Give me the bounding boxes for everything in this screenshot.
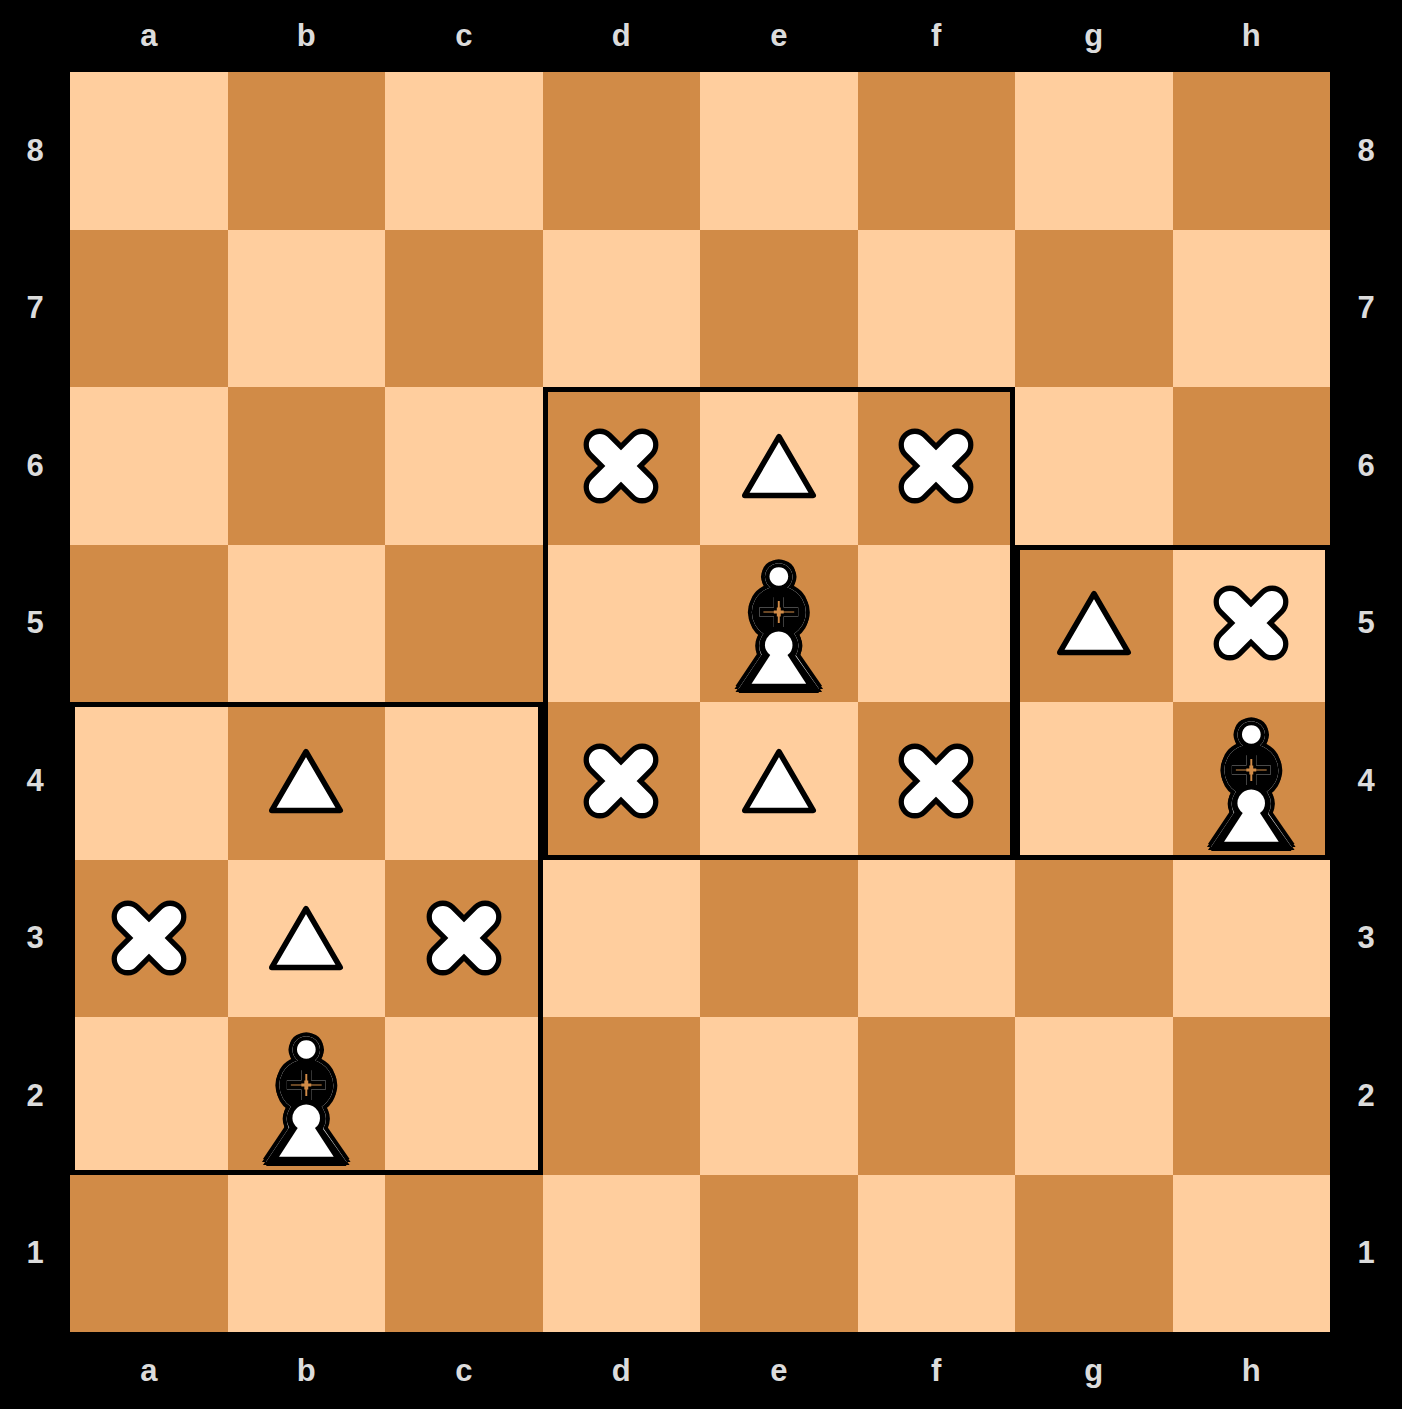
square-c5[interactable] xyxy=(385,545,543,703)
square-b4[interactable] xyxy=(228,702,386,860)
square-g3[interactable] xyxy=(1015,860,1173,1018)
file-label-bottom-d: d xyxy=(543,1332,701,1409)
triangle-icon xyxy=(266,746,346,816)
file-label-top-d: d xyxy=(543,0,701,72)
square-a4[interactable] xyxy=(70,702,228,860)
cross-marker-f4[interactable] xyxy=(858,702,1016,860)
cross-icon xyxy=(892,737,980,825)
rank-label-right-1: 1 xyxy=(1330,1175,1402,1333)
triangle-marker-e6[interactable] xyxy=(700,387,858,545)
cross-icon xyxy=(420,894,508,982)
rank-label-left-3: 3 xyxy=(0,860,70,1018)
square-b3[interactable] xyxy=(228,860,386,1018)
square-b6[interactable] xyxy=(228,387,386,545)
square-a7[interactable] xyxy=(70,230,228,388)
square-a5[interactable] xyxy=(70,545,228,703)
square-d6[interactable] xyxy=(543,387,701,545)
rank-label-right-8: 8 xyxy=(1330,72,1402,230)
file-label-top-g: g xyxy=(1015,0,1173,72)
rank-label-right-7: 7 xyxy=(1330,230,1402,388)
cross-icon xyxy=(577,737,665,825)
square-f3[interactable] xyxy=(858,860,1016,1018)
square-g6[interactable] xyxy=(1015,387,1173,545)
square-f4[interactable] xyxy=(858,702,1016,860)
square-c6[interactable] xyxy=(385,387,543,545)
file-label-top-b: b xyxy=(228,0,386,72)
square-h8[interactable] xyxy=(1173,72,1331,230)
square-a1[interactable] xyxy=(70,1175,228,1333)
square-h1[interactable] xyxy=(1173,1175,1331,1333)
file-label-bottom-a: a xyxy=(70,1332,228,1409)
square-f8[interactable] xyxy=(858,72,1016,230)
cross-marker-h5[interactable] xyxy=(1173,545,1331,703)
square-d2[interactable] xyxy=(543,1017,701,1175)
square-d8[interactable] xyxy=(543,72,701,230)
square-g5[interactable] xyxy=(1015,545,1173,703)
board-frame: abcdefgh abcdefgh 87654321 87654321 ♝♗♝♗… xyxy=(0,0,1402,1409)
square-d3[interactable] xyxy=(543,860,701,1018)
piece-glyph-outline: ♗ xyxy=(702,544,856,716)
rank-label-left-2: 2 xyxy=(0,1017,70,1175)
cross-marker-f6[interactable] xyxy=(858,387,1016,545)
square-c3[interactable] xyxy=(385,860,543,1018)
triangle-marker-g5[interactable] xyxy=(1015,545,1173,703)
square-a6[interactable] xyxy=(70,387,228,545)
white-bishop-h4[interactable]: ♝♗ xyxy=(1173,702,1331,860)
triangle-icon xyxy=(1054,588,1134,658)
rank-label-left-8: 8 xyxy=(0,72,70,230)
square-d1[interactable] xyxy=(543,1175,701,1333)
cross-icon xyxy=(105,894,193,982)
file-label-bottom-e: e xyxy=(700,1332,858,1409)
triangle-icon xyxy=(739,746,819,816)
cross-marker-d4[interactable] xyxy=(543,702,701,860)
square-g7[interactable] xyxy=(1015,230,1173,388)
square-e6[interactable] xyxy=(700,387,858,545)
cross-marker-c3[interactable] xyxy=(385,860,543,1018)
file-labels-top: abcdefgh xyxy=(70,0,1330,72)
file-label-top-f: f xyxy=(858,0,1016,72)
rank-label-left-5: 5 xyxy=(0,545,70,703)
square-f2[interactable] xyxy=(858,1017,1016,1175)
square-g4[interactable] xyxy=(1015,702,1173,860)
square-b8[interactable] xyxy=(228,72,386,230)
rank-label-right-5: 5 xyxy=(1330,545,1402,703)
rank-label-left-1: 1 xyxy=(0,1175,70,1333)
square-d4[interactable] xyxy=(543,702,701,860)
piece-glyph-outline: ♗ xyxy=(1174,702,1328,874)
square-e8[interactable] xyxy=(700,72,858,230)
square-b7[interactable] xyxy=(228,230,386,388)
square-h5[interactable] xyxy=(1173,545,1331,703)
cross-marker-d6[interactable] xyxy=(543,387,701,545)
square-e3[interactable] xyxy=(700,860,858,1018)
triangle-marker-b4[interactable] xyxy=(228,702,386,860)
file-labels-bottom: abcdefgh xyxy=(70,1332,1330,1409)
rank-label-left-7: 7 xyxy=(0,230,70,388)
file-label-bottom-h: h xyxy=(1173,1332,1331,1409)
file-label-bottom-g: g xyxy=(1015,1332,1173,1409)
square-g1[interactable] xyxy=(1015,1175,1173,1333)
square-e5[interactable]: ♝♗ xyxy=(700,545,858,703)
square-b2[interactable]: ♝♗ xyxy=(228,1017,386,1175)
white-bishop-e5[interactable]: ♝♗ xyxy=(700,545,858,703)
square-f5[interactable] xyxy=(858,545,1016,703)
square-c8[interactable] xyxy=(385,72,543,230)
rank-label-left-6: 6 xyxy=(0,387,70,545)
square-c7[interactable] xyxy=(385,230,543,388)
file-label-top-c: c xyxy=(385,0,543,72)
rank-label-right-6: 6 xyxy=(1330,387,1402,545)
square-c1[interactable] xyxy=(385,1175,543,1333)
rank-labels-right: 87654321 xyxy=(1330,72,1402,1332)
square-f6[interactable] xyxy=(858,387,1016,545)
square-e2[interactable] xyxy=(700,1017,858,1175)
square-c2[interactable] xyxy=(385,1017,543,1175)
square-b5[interactable] xyxy=(228,545,386,703)
cross-icon xyxy=(892,422,980,510)
square-d5[interactable] xyxy=(543,545,701,703)
square-g2[interactable] xyxy=(1015,1017,1173,1175)
square-a3[interactable] xyxy=(70,860,228,1018)
square-d7[interactable] xyxy=(543,230,701,388)
rank-label-left-4: 4 xyxy=(0,702,70,860)
square-g8[interactable] xyxy=(1015,72,1173,230)
file-label-top-a: a xyxy=(70,0,228,72)
file-label-top-h: h xyxy=(1173,0,1331,72)
triangle-icon xyxy=(739,431,819,501)
piece-glyph-outline: ♗ xyxy=(229,1017,383,1189)
rank-label-right-3: 3 xyxy=(1330,860,1402,1018)
chessboard: ♝♗♝♗♝♗ xyxy=(70,72,1330,1332)
square-e7[interactable] xyxy=(700,230,858,388)
square-c4[interactable] xyxy=(385,702,543,860)
rank-label-right-4: 4 xyxy=(1330,702,1402,860)
cross-icon xyxy=(1207,579,1295,667)
rank-label-right-2: 2 xyxy=(1330,1017,1402,1175)
square-h7[interactable] xyxy=(1173,230,1331,388)
cross-marker-a3[interactable] xyxy=(70,860,228,1018)
white-bishop-b2[interactable]: ♝♗ xyxy=(228,1017,386,1175)
square-a8[interactable] xyxy=(70,72,228,230)
square-e1[interactable] xyxy=(700,1175,858,1333)
triangle-icon xyxy=(266,903,346,973)
square-h6[interactable] xyxy=(1173,387,1331,545)
file-label-bottom-f: f xyxy=(858,1332,1016,1409)
square-f7[interactable] xyxy=(858,230,1016,388)
file-label-top-e: e xyxy=(700,0,858,72)
file-label-bottom-c: c xyxy=(385,1332,543,1409)
square-h2[interactable] xyxy=(1173,1017,1331,1175)
square-h4[interactable]: ♝♗ xyxy=(1173,702,1331,860)
square-f1[interactable] xyxy=(858,1175,1016,1333)
file-label-bottom-b: b xyxy=(228,1332,386,1409)
triangle-marker-b3[interactable] xyxy=(228,860,386,1018)
rank-labels-left: 87654321 xyxy=(0,72,70,1332)
square-a2[interactable] xyxy=(70,1017,228,1175)
cross-icon xyxy=(577,422,665,510)
